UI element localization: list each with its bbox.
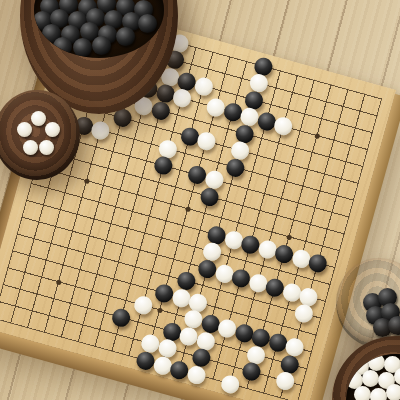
stone-black[interactable] — [224, 156, 246, 178]
stone-black[interactable] — [198, 185, 220, 207]
bowl-stone-white — [386, 384, 400, 400]
bowl-stone-black — [138, 14, 157, 33]
star-point — [185, 206, 191, 212]
bowl-stone-white — [39, 140, 54, 155]
bowl-stone-white — [45, 122, 60, 137]
bowl-stone-black — [116, 27, 135, 46]
go-game-photo — [0, 0, 400, 400]
stone-white[interactable] — [193, 75, 215, 97]
star-point — [314, 132, 320, 138]
stone-white[interactable] — [219, 373, 241, 395]
star-point — [286, 234, 292, 240]
bowl-top-left-opening — [34, 0, 164, 58]
bowl-stone-black — [388, 316, 400, 335]
bowl-stone-white — [354, 386, 371, 400]
bowl-stone-white — [31, 111, 46, 126]
bowl-stone-white — [370, 388, 387, 400]
bowl-stone-white — [368, 354, 385, 371]
star-point — [55, 279, 61, 285]
bowl-stone-white — [17, 122, 32, 137]
bowl-bottom-right-opening — [346, 354, 400, 400]
stone-white[interactable] — [185, 363, 207, 385]
star-point — [83, 178, 89, 184]
bowl-stone-black — [53, 37, 72, 56]
bowl-stone-white — [23, 140, 38, 155]
bowl-stone-black — [73, 38, 92, 57]
stone-black[interactable] — [110, 306, 132, 328]
stone-black[interactable] — [149, 99, 171, 121]
bowl-stone-black — [92, 36, 111, 55]
stone-white[interactable] — [132, 294, 154, 316]
star-point — [157, 307, 163, 313]
bowl-stone-white — [362, 370, 379, 387]
bowl-bottom-right — [332, 336, 400, 400]
